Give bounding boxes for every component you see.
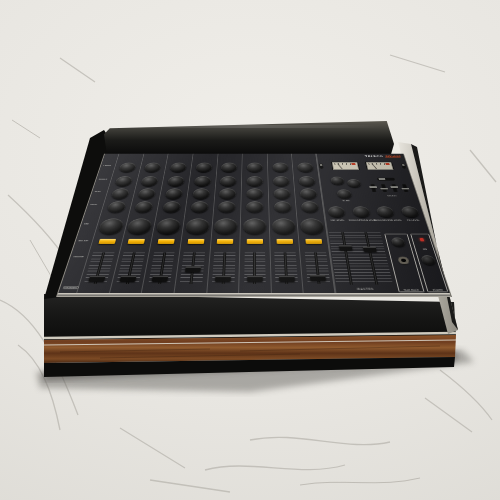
vu-meter-right bbox=[366, 162, 394, 170]
master-fader-right[interactable] bbox=[362, 246, 376, 251]
channel-8-fader bbox=[305, 253, 330, 284]
mic-level-label: MIC LEVEL bbox=[331, 219, 345, 221]
echo-return-level-knob[interactable] bbox=[352, 206, 371, 217]
talkback-label: TALK BACK bbox=[403, 289, 419, 291]
channel-7-echo-knob[interactable] bbox=[274, 201, 292, 212]
fb-level-label: F.B LEVEL bbox=[406, 219, 419, 221]
channel-number-3: 3 bbox=[156, 293, 159, 297]
master-fader-slot-right bbox=[364, 232, 378, 284]
echo-knob-3[interactable] bbox=[337, 189, 353, 198]
select-section: SELECT bbox=[364, 176, 420, 207]
echo-reverb-level-label: ECHO/REVERB LEVEL bbox=[374, 219, 402, 221]
row-label-bass: BASS bbox=[94, 191, 100, 192]
echo-return-level-label: ECHO RETURN LEVEL bbox=[349, 219, 377, 221]
channel-number-1: 1 bbox=[91, 293, 94, 297]
vu-needle bbox=[371, 163, 377, 168]
channel-5-middle-knob[interactable] bbox=[220, 176, 237, 186]
channel-number-6: 6 bbox=[254, 293, 256, 297]
channel-7-fader bbox=[274, 253, 297, 284]
mini-slider-4[interactable] bbox=[402, 184, 409, 192]
channel-4-mic-att-button[interactable] bbox=[187, 239, 204, 244]
master-label: MASTER bbox=[350, 288, 382, 291]
vu-needle bbox=[337, 163, 342, 168]
channel-2-treble-knob[interactable] bbox=[144, 163, 162, 173]
channel-5-bass-knob[interactable] bbox=[219, 188, 236, 199]
master-fader-slot-left bbox=[341, 232, 353, 284]
channel-3-echo-knob[interactable] bbox=[162, 201, 181, 212]
power-label: POWER bbox=[432, 289, 443, 291]
mini-slider-cap[interactable] bbox=[380, 188, 388, 190]
vu-meter-left bbox=[332, 162, 359, 170]
echo-section: ECHO bbox=[321, 176, 369, 207]
channel-3-bass-knob[interactable] bbox=[165, 188, 183, 199]
control-panel: TREBLEMIDDLEBASSECHOPANMIC ATTVOLUMECHAN… bbox=[56, 154, 452, 297]
channel-2-mic-att-button[interactable] bbox=[128, 239, 145, 244]
channel-1-middle-knob[interactable] bbox=[114, 176, 133, 186]
mic-level-knob[interactable] bbox=[327, 206, 345, 217]
mini-slider-bank bbox=[367, 184, 414, 193]
channel-5-pan-knob[interactable] bbox=[214, 218, 238, 234]
channel-8-pan-knob[interactable] bbox=[300, 218, 325, 234]
row-label-mic-att: MIC ATT bbox=[78, 240, 88, 242]
vu-meter-row bbox=[319, 161, 408, 171]
channel-1-bass-knob[interactable] bbox=[110, 188, 129, 199]
channel-number-2: 2 bbox=[123, 293, 126, 297]
channel-number-7: 7 bbox=[286, 293, 289, 297]
channel-6-fader bbox=[244, 253, 266, 284]
channel-4-bass-knob[interactable] bbox=[192, 188, 210, 199]
level-knob-row: MIC LEVEL ECHO RETURN LEVEL ECHO/REVERB … bbox=[323, 206, 428, 231]
meter-toggle-right[interactable] bbox=[401, 163, 407, 168]
select-slide-switch[interactable] bbox=[377, 178, 395, 181]
channel-3-treble-knob[interactable] bbox=[170, 163, 187, 173]
channel-7-fader-cap[interactable] bbox=[279, 276, 295, 282]
power-on-label: ON bbox=[422, 248, 427, 250]
channel-7-bass-knob[interactable] bbox=[273, 188, 290, 199]
channel-1-fader bbox=[84, 253, 114, 284]
channel-1-pan-knob[interactable] bbox=[97, 218, 124, 234]
mini-slider-cap[interactable] bbox=[390, 186, 398, 188]
channel-1-treble-knob[interactable] bbox=[118, 163, 136, 173]
channel-3-middle-knob[interactable] bbox=[167, 176, 185, 186]
channel-8-mic-att-button[interactable] bbox=[306, 239, 323, 244]
echo-knob-1[interactable] bbox=[330, 177, 344, 185]
channel-5-fader bbox=[212, 253, 235, 284]
channel-2-bass-knob[interactable] bbox=[138, 188, 157, 199]
channel-6-fader-cap[interactable] bbox=[247, 276, 263, 282]
channel-2-fader-cap[interactable] bbox=[120, 276, 137, 282]
channel-1-echo-knob[interactable] bbox=[106, 201, 126, 212]
channel-8-fader-cap[interactable] bbox=[310, 275, 326, 281]
mini-slider-1[interactable] bbox=[370, 184, 376, 192]
channel-number-5: 5 bbox=[221, 293, 224, 297]
echo-reverb-level-knob[interactable] bbox=[376, 206, 395, 217]
channel-6-mic-att-button[interactable] bbox=[247, 239, 263, 244]
channel-strips: 12345678 bbox=[75, 154, 337, 297]
echo-knob-2[interactable] bbox=[347, 179, 362, 187]
channel-2-pan-knob[interactable] bbox=[127, 218, 153, 234]
channel-7-pan-knob[interactable] bbox=[272, 218, 296, 234]
row-label-echo: ECHO bbox=[90, 204, 97, 206]
channel-7-middle-knob[interactable] bbox=[273, 176, 290, 186]
mini-slider-2[interactable] bbox=[381, 184, 387, 192]
channel-1-mic-att-button[interactable] bbox=[98, 239, 116, 244]
channel-4-middle-knob[interactable] bbox=[194, 176, 211, 186]
channel-2-middle-knob[interactable] bbox=[141, 176, 159, 186]
channel-3-pan-knob[interactable] bbox=[156, 218, 181, 234]
talkback-knob[interactable] bbox=[391, 237, 406, 246]
channel-5-fader-cap[interactable] bbox=[215, 276, 231, 282]
channel-7-mic-att-button[interactable] bbox=[276, 239, 293, 244]
channel-5-treble-knob[interactable] bbox=[221, 163, 237, 173]
brand-name: TEISCO bbox=[364, 155, 383, 158]
channel-3-mic-att-button[interactable] bbox=[158, 239, 175, 244]
talkback-jack[interactable] bbox=[397, 257, 409, 265]
channel-4-pan-knob[interactable] bbox=[185, 218, 210, 234]
echo-label: ECHO bbox=[342, 200, 350, 202]
channel-3-fader bbox=[148, 253, 175, 284]
model-name: MX-600 bbox=[384, 155, 400, 158]
channel-6-middle-knob[interactable] bbox=[247, 176, 263, 186]
select-label: SELECT bbox=[387, 195, 397, 197]
channel-7-treble-knob[interactable] bbox=[272, 163, 288, 173]
channel-4-echo-knob[interactable] bbox=[190, 201, 208, 212]
channel-6-treble-knob[interactable] bbox=[247, 163, 263, 173]
channel-4-fader bbox=[180, 253, 205, 284]
channel-5-mic-att-button[interactable] bbox=[217, 239, 234, 244]
channel-number-4: 4 bbox=[189, 293, 192, 297]
channel-1-fader-cap[interactable] bbox=[88, 276, 105, 282]
channel-strip-6: 6 bbox=[238, 154, 271, 297]
channel-5-echo-knob[interactable] bbox=[218, 201, 236, 212]
channel-6-pan-knob[interactable] bbox=[243, 218, 266, 234]
fb-level-knob[interactable] bbox=[400, 206, 420, 217]
row-label-middle: MIDDLE bbox=[99, 179, 108, 180]
master-fader-left[interactable] bbox=[338, 246, 352, 251]
channel-number-8: 8 bbox=[318, 293, 321, 297]
mini-slider-cap[interactable] bbox=[369, 186, 377, 188]
brand-plate: TEISCO MX-600 bbox=[364, 155, 400, 158]
channel-8-bass-knob[interactable] bbox=[300, 188, 318, 199]
row-label-treble: TREBLE bbox=[103, 165, 111, 166]
channel-8-treble-knob[interactable] bbox=[297, 163, 314, 173]
row-label-volume: VOLUME bbox=[73, 256, 84, 258]
mini-slider-3[interactable] bbox=[391, 184, 397, 192]
channel-2-echo-knob[interactable] bbox=[134, 201, 153, 212]
channel-4-treble-knob[interactable] bbox=[195, 163, 212, 173]
channel-2-fader bbox=[116, 253, 145, 284]
channel-8-middle-knob[interactable] bbox=[299, 176, 316, 186]
row-label-pan: PAN bbox=[84, 223, 89, 225]
photo-scene: TREBLEMIDDLEBASSECHOPANMIC ATTVOLUMECHAN… bbox=[0, 0, 500, 500]
master-fader-block bbox=[329, 232, 393, 284]
mini-slider-cap[interactable] bbox=[401, 188, 409, 190]
channel-3-fader-cap[interactable] bbox=[152, 276, 168, 282]
channel-8-echo-knob[interactable] bbox=[301, 201, 319, 212]
channel-6-bass-knob[interactable] bbox=[246, 188, 263, 199]
meter-toggle-left[interactable] bbox=[319, 163, 324, 168]
power-led bbox=[419, 238, 424, 241]
power-switch[interactable] bbox=[420, 255, 436, 265]
channel-6-echo-knob[interactable] bbox=[246, 201, 263, 212]
master-bottom-row: MASTER TALK BACK ON POWER bbox=[327, 231, 451, 295]
channel-4-fader-cap[interactable] bbox=[185, 266, 201, 272]
